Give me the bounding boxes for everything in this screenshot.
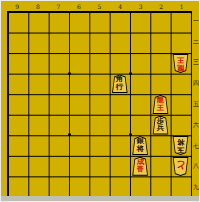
file-label-6: 6 xyxy=(69,2,90,11)
file-labels: 987654321 xyxy=(7,2,192,11)
file-label-2: 2 xyxy=(151,2,172,11)
rank-label-1: 一 xyxy=(192,11,200,32)
sente-pawn-2六[interactable]: 歩兵 xyxy=(152,116,169,135)
star-point-1 xyxy=(68,72,71,75)
rank-label-6: 六 xyxy=(192,115,200,136)
star-point-2 xyxy=(129,72,132,75)
rank-label-2: 二 xyxy=(192,32,200,53)
file-label-8: 8 xyxy=(28,2,49,11)
star-point-3 xyxy=(68,133,71,136)
file-label-7: 7 xyxy=(48,2,69,11)
gote-promoted-rook-1三[interactable]: 龍王 xyxy=(172,54,189,73)
rank-label-9: 九 xyxy=(192,177,200,198)
piece-kanji: 玉将 xyxy=(173,137,188,154)
piece-kanji: 角行 xyxy=(112,75,127,92)
rank-label-3: 三 xyxy=(192,53,200,74)
pieces-layer: 龍王角行龍王歩兵銀将玉将成香と xyxy=(8,12,191,197)
file-label-5: 5 xyxy=(89,2,110,11)
sente-silver-3七[interactable]: 銀将 xyxy=(132,136,149,155)
piece-kanji: 銀将 xyxy=(133,137,148,154)
piece-kanji: 歩兵 xyxy=(153,117,168,134)
rank-label-5: 五 xyxy=(192,94,200,115)
gote-king-1七[interactable]: 玉将 xyxy=(172,136,189,155)
piece-kanji: 龍王 xyxy=(153,96,168,113)
sente-promoted-lance-3八[interactable]: 成香 xyxy=(132,157,149,176)
file-label-3: 3 xyxy=(130,2,151,11)
rank-labels: 一二三四五六七八九 xyxy=(192,11,200,198)
sente-bishop-4四[interactable]: 角行 xyxy=(111,74,128,93)
file-label-9: 9 xyxy=(7,2,28,11)
bottom-frame-strip xyxy=(1,196,199,201)
sente-promoted-rook-2五[interactable]: 龍王 xyxy=(152,95,169,114)
piece-kanji: と xyxy=(173,158,188,175)
shogi-board-diagram: 987654321 一二三四五六七八九 龍王角行龍王歩兵銀将玉将成香と xyxy=(0,0,200,202)
piece-kanji: 成香 xyxy=(133,158,148,175)
gote-tokin-1八[interactable]: と xyxy=(172,157,189,176)
piece-kanji: 龍王 xyxy=(173,55,188,72)
rank-label-8: 八 xyxy=(192,156,200,177)
rank-label-7: 七 xyxy=(192,136,200,157)
star-point-4 xyxy=(129,133,132,136)
file-label-1: 1 xyxy=(172,2,193,11)
file-label-4: 4 xyxy=(110,2,131,11)
rank-label-4: 四 xyxy=(192,73,200,94)
